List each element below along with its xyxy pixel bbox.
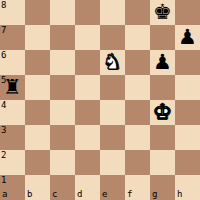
square-d1[interactable]: d (75, 175, 100, 200)
file-label-h: h (177, 189, 182, 200)
square-b2[interactable] (25, 150, 50, 175)
square-h6[interactable] (175, 50, 200, 75)
square-b6[interactable] (25, 50, 50, 75)
square-f7[interactable] (125, 25, 150, 50)
rank-label-3: 3 (1, 125, 6, 136)
square-e1[interactable]: e (100, 175, 125, 200)
square-d2[interactable] (75, 150, 100, 175)
square-e5[interactable] (100, 75, 125, 100)
square-a3[interactable]: 3 (0, 125, 25, 150)
square-f6[interactable] (125, 50, 150, 75)
square-f3[interactable] (125, 125, 150, 150)
rank-label-8: 8 (1, 0, 6, 11)
square-e7[interactable] (100, 25, 125, 50)
square-b7[interactable] (25, 25, 50, 50)
square-g1[interactable]: g (150, 175, 175, 200)
square-c2[interactable] (50, 150, 75, 175)
square-b4[interactable] (25, 100, 50, 125)
square-c1[interactable]: c (50, 175, 75, 200)
black-pawn[interactable]: ♟ (150, 50, 175, 75)
white-knight[interactable]: ♞ (100, 50, 125, 75)
square-e4[interactable] (100, 100, 125, 125)
square-g6[interactable]: ♟ (150, 50, 175, 75)
square-b5[interactable] (25, 75, 50, 100)
square-a1[interactable]: 1a (0, 175, 25, 200)
square-f4[interactable] (125, 100, 150, 125)
square-f8[interactable] (125, 0, 150, 25)
black-pawn[interactable]: ♟ (175, 25, 200, 50)
square-c5[interactable] (50, 75, 75, 100)
square-e2[interactable] (100, 150, 125, 175)
square-a7[interactable]: 7 (0, 25, 25, 50)
square-b3[interactable] (25, 125, 50, 150)
square-h2[interactable] (175, 150, 200, 175)
rank-label-2: 2 (1, 150, 6, 161)
square-d5[interactable] (75, 75, 100, 100)
file-label-e: e (102, 189, 107, 200)
black-king[interactable]: ♚ (150, 0, 175, 25)
square-g4[interactable]: ♚ (150, 100, 175, 125)
square-a4[interactable]: 4 (0, 100, 25, 125)
square-g5[interactable] (150, 75, 175, 100)
white-king[interactable]: ♚ (150, 100, 175, 125)
file-label-f: f (127, 189, 132, 200)
square-g8[interactable]: ♚ (150, 0, 175, 25)
square-h7[interactable]: ♟ (175, 25, 200, 50)
square-b8[interactable] (25, 0, 50, 25)
file-label-c: c (52, 189, 57, 200)
square-c7[interactable] (50, 25, 75, 50)
square-h1[interactable]: h (175, 175, 200, 200)
rank-label-1: 1 (1, 175, 6, 186)
file-label-b: b (27, 189, 32, 200)
square-a8[interactable]: 8 (0, 0, 25, 25)
square-e8[interactable] (100, 0, 125, 25)
square-e3[interactable] (100, 125, 125, 150)
square-f5[interactable] (125, 75, 150, 100)
file-label-d: d (77, 189, 82, 200)
square-c6[interactable] (50, 50, 75, 75)
square-a6[interactable]: 6 (0, 50, 25, 75)
square-a5[interactable]: 5♜ (0, 75, 25, 100)
square-h5[interactable] (175, 75, 200, 100)
square-b1[interactable]: b (25, 175, 50, 200)
square-h4[interactable] (175, 100, 200, 125)
square-c3[interactable] (50, 125, 75, 150)
square-f2[interactable] (125, 150, 150, 175)
square-g3[interactable] (150, 125, 175, 150)
square-g2[interactable] (150, 150, 175, 175)
square-a2[interactable]: 2 (0, 150, 25, 175)
square-c8[interactable] (50, 0, 75, 25)
rank-label-4: 4 (1, 100, 6, 111)
rank-label-7: 7 (1, 25, 6, 36)
square-e6[interactable]: ♞ (100, 50, 125, 75)
square-h8[interactable] (175, 0, 200, 25)
square-c4[interactable] (50, 100, 75, 125)
square-f1[interactable]: f (125, 175, 150, 200)
square-h3[interactable] (175, 125, 200, 150)
square-d4[interactable] (75, 100, 100, 125)
file-label-a: a (2, 189, 7, 200)
chess-board: 8♚7♟6♞♟5♜4♚321abcdefgh (0, 0, 200, 200)
square-d6[interactable] (75, 50, 100, 75)
square-d7[interactable] (75, 25, 100, 50)
rank-label-6: 6 (1, 50, 6, 61)
square-d3[interactable] (75, 125, 100, 150)
black-rook[interactable]: ♜ (0, 75, 25, 100)
square-g7[interactable] (150, 25, 175, 50)
square-d8[interactable] (75, 0, 100, 25)
file-label-g: g (152, 189, 157, 200)
